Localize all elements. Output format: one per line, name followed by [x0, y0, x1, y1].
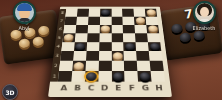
captured-piece-dark [179, 32, 191, 42]
square-G1[interactable] [138, 71, 152, 82]
player-right-avatar[interactable] [193, 1, 216, 24]
square-H6[interactable] [146, 25, 159, 33]
piece-dark-H4[interactable] [149, 43, 160, 50]
file-label-D: D [98, 82, 112, 94]
square-C1[interactable] [85, 71, 99, 82]
game-table: Abyl Elizabeth 7 7 87654321 ABCDEFGH 3D [0, 0, 222, 100]
avatar-cap [17, 3, 32, 11]
square-B2[interactable] [72, 61, 86, 71]
piece-light-H8[interactable] [146, 10, 156, 16]
file-label-C: C [84, 82, 98, 94]
square-H2[interactable] [150, 61, 164, 71]
file-label-A: A [56, 82, 71, 94]
square-H3[interactable] [149, 51, 163, 61]
square-F2[interactable] [124, 61, 137, 71]
square-A6[interactable] [63, 25, 76, 33]
square-E5[interactable] [111, 33, 123, 42]
player-left-name: Abyl [0, 25, 48, 31]
square-A8[interactable] [65, 9, 77, 17]
piece-light-A5[interactable] [64, 34, 74, 41]
square-C4[interactable] [86, 42, 99, 51]
avatar-face [200, 7, 209, 17]
square-D7[interactable] [100, 17, 112, 25]
square-E2[interactable] [111, 61, 124, 71]
player-left-avatar[interactable] [13, 1, 36, 24]
square-A2[interactable] [59, 61, 73, 71]
square-E8[interactable] [111, 9, 122, 17]
piece-dark-E1[interactable] [113, 72, 124, 80]
square-B4[interactable] [74, 42, 87, 51]
square-D6[interactable] [99, 25, 111, 33]
avatar-torso [198, 19, 211, 24]
piece-light-G7[interactable] [135, 17, 145, 23]
square-A4[interactable] [61, 42, 74, 51]
square-F6[interactable] [123, 25, 135, 33]
square-C2[interactable] [85, 61, 98, 71]
square-C6[interactable] [87, 25, 99, 33]
square-E6[interactable] [111, 25, 123, 33]
square-G5[interactable] [135, 33, 148, 42]
square-A5[interactable] [62, 33, 75, 42]
square-H7[interactable] [146, 17, 158, 25]
board-grid [58, 9, 165, 82]
board-frame: 87654321 ABCDEFGH [48, 7, 172, 97]
square-G7[interactable] [134, 17, 146, 25]
piece-dark-B4[interactable] [75, 43, 85, 50]
square-D8[interactable] [100, 9, 111, 17]
player-right-name: Elizabeth [186, 25, 222, 31]
square-A1[interactable] [58, 71, 72, 82]
square-C8[interactable] [88, 9, 100, 17]
square-G6[interactable] [135, 25, 147, 33]
square-F5[interactable] [123, 33, 136, 42]
square-C3[interactable] [86, 51, 99, 61]
piece-dark-D8[interactable] [101, 10, 110, 16]
square-F4[interactable] [124, 42, 137, 51]
square-B3[interactable] [73, 51, 86, 61]
square-B7[interactable] [76, 17, 88, 25]
square-A7[interactable] [64, 17, 76, 25]
file-label-G: G [138, 82, 153, 94]
square-H1[interactable] [151, 71, 165, 82]
square-D4[interactable] [99, 42, 111, 51]
file-label-B: B [70, 82, 84, 94]
square-F3[interactable] [124, 51, 137, 61]
file-label-F: F [125, 82, 139, 94]
square-G8[interactable] [134, 9, 146, 17]
square-E7[interactable] [111, 17, 123, 25]
view-3d-label: 3D [5, 89, 14, 96]
avatar-torso [18, 18, 31, 24]
square-B8[interactable] [77, 9, 89, 17]
square-F1[interactable] [125, 71, 139, 82]
piece-light-D6[interactable] [101, 26, 110, 33]
captured-piece-light [32, 36, 44, 46]
piece-light-H6[interactable] [148, 26, 158, 33]
captured-piece-light [18, 38, 30, 48]
captured-piece-dark [192, 30, 204, 40]
square-D3[interactable] [99, 51, 112, 61]
piece-dark-G1[interactable] [139, 72, 150, 80]
square-C5[interactable] [87, 33, 99, 42]
square-G2[interactable] [137, 61, 151, 71]
square-D1[interactable] [98, 71, 111, 82]
square-C7[interactable] [88, 17, 100, 25]
file-label-E: E [111, 82, 125, 94]
square-H4[interactable] [148, 42, 161, 51]
square-E3[interactable] [111, 51, 124, 61]
square-B6[interactable] [75, 25, 87, 33]
square-G3[interactable] [136, 51, 149, 61]
captured-piece-dark [170, 23, 182, 33]
player-left: Abyl [0, 0, 48, 31]
square-E1[interactable] [111, 71, 124, 82]
square-D5[interactable] [99, 33, 111, 42]
square-A3[interactable] [60, 51, 74, 61]
piece-dark-F4[interactable] [125, 43, 135, 50]
square-D2[interactable] [98, 61, 111, 71]
checkers-board[interactable]: 87654321 ABCDEFGH [48, 7, 172, 97]
square-H8[interactable] [145, 9, 157, 17]
square-H5[interactable] [147, 33, 160, 42]
file-label-H: H [152, 82, 167, 94]
square-G4[interactable] [136, 42, 149, 51]
square-B1[interactable] [71, 71, 85, 82]
player-right: Elizabeth [186, 0, 222, 31]
piece-dark-C1[interactable] [86, 72, 97, 80]
square-E4[interactable] [111, 42, 124, 51]
piece-light-E3[interactable] [113, 52, 123, 60]
view-3d-button[interactable]: 3D [2, 84, 18, 100]
square-B5[interactable] [75, 33, 88, 42]
piece-light-B2[interactable] [74, 62, 85, 70]
square-F7[interactable] [123, 17, 135, 25]
square-F8[interactable] [122, 9, 134, 17]
file-labels: ABCDEFGH [56, 82, 166, 94]
